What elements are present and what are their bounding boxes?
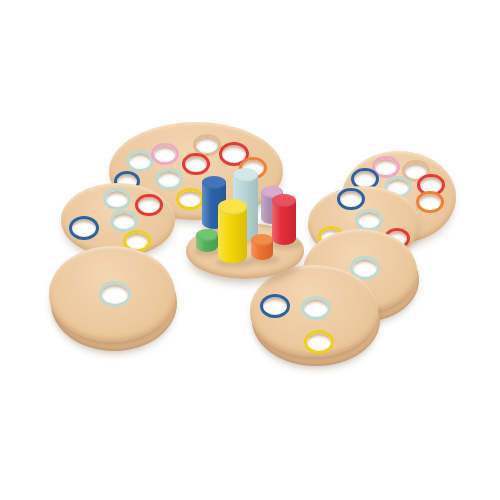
product-photo [0,0,500,500]
hole-mint-ring [301,296,331,320]
hole-mint-ring [110,210,138,233]
peg-yellow-top [218,199,247,215]
hole-mint-ring [126,150,154,173]
hole-red-ring [135,194,163,217]
hole-pink-ring [151,143,179,166]
hole-mint-ring [155,168,183,191]
hole-navy-ring [337,188,365,211]
hole-mint-ring [99,281,131,307]
peg-red [272,201,296,246]
hole-navy-ring [260,294,290,318]
hole-yellow-ring [176,188,204,211]
peg-pale-blue-top [233,168,258,182]
peg-orange-top [251,234,273,246]
hole-navy-ring [69,216,99,240]
hole-mint-ring [103,188,131,211]
hole-red-ring [182,153,210,176]
peg-yellow [218,207,247,263]
hole-orange-ring [416,191,444,214]
hole-yellow-ring [304,330,334,354]
peg-dark-blue-top [202,176,226,189]
peg-green-top [196,229,218,241]
hole-mint-ring [355,209,383,232]
peg-red-top [272,194,296,207]
